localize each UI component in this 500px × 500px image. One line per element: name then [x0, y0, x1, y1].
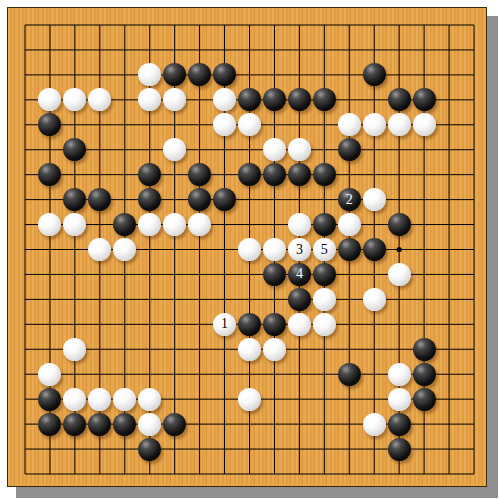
stone-white[interactable]: [363, 413, 386, 436]
stone-white[interactable]: [263, 238, 286, 261]
stone-white[interactable]: [388, 113, 411, 136]
stones-layer: 23541: [8, 8, 488, 488]
stone-white[interactable]: [38, 88, 61, 111]
stone-white[interactable]: [338, 213, 361, 236]
stone-black[interactable]: 2: [338, 188, 361, 211]
stone-white[interactable]: [88, 238, 111, 261]
stone-white[interactable]: [138, 388, 161, 411]
stone-white[interactable]: [63, 388, 86, 411]
page-background: 23541: [0, 0, 500, 500]
stone-black[interactable]: [338, 363, 361, 386]
stone-white[interactable]: 3: [288, 238, 311, 261]
stone-black[interactable]: [263, 263, 286, 286]
stone-white[interactable]: 5: [313, 238, 336, 261]
stone-white[interactable]: [313, 288, 336, 311]
stone-white[interactable]: [213, 88, 236, 111]
stone-white[interactable]: [38, 363, 61, 386]
stone-black[interactable]: [63, 138, 86, 161]
stone-white[interactable]: [213, 113, 236, 136]
stone-white[interactable]: [63, 338, 86, 361]
stone-black[interactable]: [363, 238, 386, 261]
stone-white[interactable]: [63, 213, 86, 236]
move-number-label: 2: [338, 188, 361, 211]
stone-black[interactable]: [38, 113, 61, 136]
stone-white[interactable]: [263, 138, 286, 161]
stone-black[interactable]: [88, 188, 111, 211]
stone-white[interactable]: [138, 213, 161, 236]
stone-white[interactable]: [238, 113, 261, 136]
move-number-label: 4: [288, 263, 311, 286]
stone-black[interactable]: [263, 163, 286, 186]
stone-black[interactable]: [338, 238, 361, 261]
stone-white[interactable]: [163, 213, 186, 236]
stone-black[interactable]: [313, 263, 336, 286]
stone-white[interactable]: 1: [213, 313, 236, 336]
stone-black[interactable]: [113, 213, 136, 236]
stone-black[interactable]: [63, 188, 86, 211]
stone-white[interactable]: [163, 88, 186, 111]
stone-black[interactable]: [263, 88, 286, 111]
stone-black[interactable]: [363, 63, 386, 86]
move-number-label: 3: [288, 238, 311, 261]
stone-black[interactable]: [88, 413, 111, 436]
stone-black[interactable]: [288, 88, 311, 111]
stone-black[interactable]: [38, 388, 61, 411]
go-board[interactable]: 23541: [7, 7, 487, 487]
stone-black[interactable]: [188, 188, 211, 211]
stone-white[interactable]: [363, 113, 386, 136]
stone-black[interactable]: [63, 413, 86, 436]
stone-white[interactable]: [313, 313, 336, 336]
stone-black[interactable]: [338, 138, 361, 161]
stone-black[interactable]: [38, 413, 61, 436]
stone-white[interactable]: [288, 313, 311, 336]
stone-black[interactable]: [388, 213, 411, 236]
stone-white[interactable]: [338, 113, 361, 136]
stone-black[interactable]: [388, 88, 411, 111]
stone-black[interactable]: [313, 213, 336, 236]
stone-white[interactable]: [413, 113, 436, 136]
stone-white[interactable]: [138, 88, 161, 111]
stone-black[interactable]: [388, 413, 411, 436]
stone-black[interactable]: [38, 163, 61, 186]
stone-white[interactable]: [38, 213, 61, 236]
stone-black[interactable]: [213, 188, 236, 211]
stone-black[interactable]: [163, 413, 186, 436]
stone-white[interactable]: [363, 188, 386, 211]
stone-black[interactable]: [138, 188, 161, 211]
stone-black[interactable]: [263, 313, 286, 336]
stone-black[interactable]: [163, 63, 186, 86]
stone-white[interactable]: [138, 63, 161, 86]
stone-black[interactable]: [388, 438, 411, 461]
stone-white[interactable]: [238, 338, 261, 361]
stone-white[interactable]: [188, 213, 211, 236]
move-number-label: 1: [213, 313, 236, 336]
stone-black[interactable]: [413, 88, 436, 111]
stone-white[interactable]: [263, 338, 286, 361]
stone-black[interactable]: [113, 413, 136, 436]
stone-white[interactable]: [288, 138, 311, 161]
stone-black[interactable]: [313, 163, 336, 186]
stone-black[interactable]: [413, 338, 436, 361]
stone-white[interactable]: [113, 388, 136, 411]
stone-black[interactable]: [238, 163, 261, 186]
stone-white[interactable]: [138, 413, 161, 436]
stone-white[interactable]: [88, 388, 111, 411]
stone-white[interactable]: [238, 388, 261, 411]
stone-black[interactable]: [238, 88, 261, 111]
stone-black[interactable]: [313, 88, 336, 111]
stone-white[interactable]: [388, 363, 411, 386]
stone-white[interactable]: [238, 238, 261, 261]
move-number-label: 5: [313, 238, 336, 261]
stone-white[interactable]: [113, 238, 136, 261]
stone-white[interactable]: [388, 388, 411, 411]
stone-white[interactable]: [388, 263, 411, 286]
stone-white[interactable]: [63, 88, 86, 111]
stone-black[interactable]: [413, 363, 436, 386]
stone-black[interactable]: [188, 163, 211, 186]
stone-black[interactable]: 4: [288, 263, 311, 286]
stone-black[interactable]: [413, 388, 436, 411]
stone-black[interactable]: [138, 163, 161, 186]
stone-black[interactable]: [213, 63, 236, 86]
stone-white[interactable]: [88, 88, 111, 111]
stone-white[interactable]: [363, 288, 386, 311]
stone-black[interactable]: [138, 438, 161, 461]
stone-black[interactable]: [288, 288, 311, 311]
stone-black[interactable]: [238, 313, 261, 336]
stone-white[interactable]: [288, 213, 311, 236]
stone-black[interactable]: [188, 63, 211, 86]
stone-black[interactable]: [288, 163, 311, 186]
stone-white[interactable]: [163, 138, 186, 161]
